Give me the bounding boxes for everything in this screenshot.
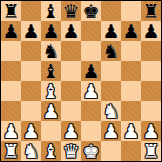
square-d4[interactable] (61, 81, 81, 101)
square-b2[interactable]: ♟ (21, 121, 41, 141)
black-pawn[interactable]: ♟ (142, 21, 159, 41)
black-bishop[interactable]: ♝ (42, 1, 59, 21)
square-a8[interactable]: ♜ (1, 1, 21, 21)
square-e8[interactable]: ♚ (81, 1, 101, 21)
black-pawn[interactable]: ♟ (62, 21, 79, 41)
square-d3[interactable] (61, 101, 81, 121)
square-c5[interactable]: ♝ (41, 61, 61, 81)
square-g6[interactable] (121, 41, 141, 61)
black-pawn[interactable]: ♟ (102, 21, 119, 41)
square-d2[interactable]: ♟ (61, 121, 81, 141)
square-h3[interactable] (141, 101, 161, 121)
square-a7[interactable]: ♟ (1, 21, 21, 41)
square-f2[interactable]: ♟ (101, 121, 121, 141)
square-h2[interactable]: ♟ (141, 121, 161, 141)
black-pawn[interactable]: ♟ (82, 61, 99, 81)
square-e6[interactable] (81, 41, 101, 61)
square-c4[interactable]: ♝ (41, 81, 61, 101)
square-c3[interactable]: ♟ (41, 101, 61, 121)
square-a6[interactable] (1, 41, 21, 61)
square-b5[interactable] (21, 61, 41, 81)
square-g1[interactable] (121, 141, 141, 161)
square-c2[interactable] (41, 121, 61, 141)
square-d6[interactable] (61, 41, 81, 61)
black-pawn[interactable]: ♟ (2, 21, 19, 41)
square-e5[interactable]: ♟ (81, 61, 101, 81)
square-a2[interactable]: ♟ (1, 121, 21, 141)
white-pawn[interactable]: ♟ (22, 121, 39, 141)
square-c8[interactable]: ♝ (41, 1, 61, 21)
square-g5[interactable] (121, 61, 141, 81)
black-king[interactable]: ♚ (82, 1, 99, 21)
white-rook[interactable]: ♜ (2, 141, 19, 161)
white-bishop[interactable]: ♝ (42, 81, 59, 101)
white-knight[interactable]: ♞ (102, 101, 119, 121)
square-f5[interactable] (101, 61, 121, 81)
black-rook[interactable]: ♜ (142, 1, 159, 21)
square-b1[interactable]: ♞ (21, 141, 41, 161)
black-pawn[interactable]: ♟ (22, 21, 39, 41)
white-pawn[interactable]: ♟ (142, 121, 159, 141)
white-pawn[interactable]: ♟ (62, 121, 79, 141)
square-d8[interactable]: ♛ (61, 1, 81, 21)
square-d5[interactable] (61, 61, 81, 81)
black-knight[interactable]: ♞ (42, 41, 59, 61)
chess-board: ♜♝♛♚♜♟♟♟♟♟♟♟♞♞♝♟♝♟♟♞♟♟♟♟♟♟♜♞♝♛♚♜ (0, 0, 162, 162)
square-f6[interactable]: ♞ (101, 41, 121, 61)
square-d7[interactable]: ♟ (61, 21, 81, 41)
white-pawn[interactable]: ♟ (42, 101, 59, 121)
square-a1[interactable]: ♜ (1, 141, 21, 161)
square-e7[interactable] (81, 21, 101, 41)
black-bishop[interactable]: ♝ (42, 61, 59, 81)
square-h5[interactable] (141, 61, 161, 81)
white-pawn[interactable]: ♟ (102, 121, 119, 141)
square-a3[interactable] (1, 101, 21, 121)
white-rook[interactable]: ♜ (142, 141, 159, 161)
square-d1[interactable]: ♛ (61, 141, 81, 161)
black-queen[interactable]: ♛ (62, 1, 79, 21)
square-h4[interactable] (141, 81, 161, 101)
white-king[interactable]: ♚ (82, 141, 99, 161)
square-e1[interactable]: ♚ (81, 141, 101, 161)
white-pawn[interactable]: ♟ (2, 121, 19, 141)
square-b3[interactable] (21, 101, 41, 121)
square-h8[interactable]: ♜ (141, 1, 161, 21)
white-bishop[interactable]: ♝ (42, 141, 59, 161)
square-g3[interactable] (121, 101, 141, 121)
square-c7[interactable]: ♟ (41, 21, 61, 41)
square-b6[interactable] (21, 41, 41, 61)
square-e2[interactable] (81, 121, 101, 141)
square-a5[interactable] (1, 61, 21, 81)
square-b7[interactable]: ♟ (21, 21, 41, 41)
black-pawn[interactable]: ♟ (42, 21, 59, 41)
square-f7[interactable]: ♟ (101, 21, 121, 41)
square-b8[interactable] (21, 1, 41, 21)
square-c6[interactable]: ♞ (41, 41, 61, 61)
square-g2[interactable]: ♟ (121, 121, 141, 141)
square-e4[interactable]: ♟ (81, 81, 101, 101)
square-a4[interactable] (1, 81, 21, 101)
square-e3[interactable] (81, 101, 101, 121)
square-g4[interactable] (121, 81, 141, 101)
square-h7[interactable]: ♟ (141, 21, 161, 41)
square-f1[interactable] (101, 141, 121, 161)
white-pawn[interactable]: ♟ (122, 121, 139, 141)
black-rook[interactable]: ♜ (2, 1, 19, 21)
black-pawn[interactable]: ♟ (122, 21, 139, 41)
white-queen[interactable]: ♛ (62, 141, 79, 161)
square-h6[interactable] (141, 41, 161, 61)
square-h1[interactable]: ♜ (141, 141, 161, 161)
square-f4[interactable] (101, 81, 121, 101)
white-knight[interactable]: ♞ (22, 141, 39, 161)
square-g8[interactable] (121, 1, 141, 21)
black-knight[interactable]: ♞ (102, 41, 119, 61)
square-g7[interactable]: ♟ (121, 21, 141, 41)
square-c1[interactable]: ♝ (41, 141, 61, 161)
white-pawn[interactable]: ♟ (82, 81, 99, 101)
square-b4[interactable] (21, 81, 41, 101)
square-f8[interactable] (101, 1, 121, 21)
square-f3[interactable]: ♞ (101, 101, 121, 121)
